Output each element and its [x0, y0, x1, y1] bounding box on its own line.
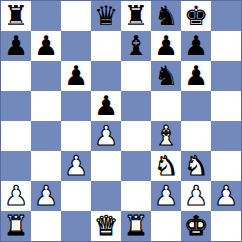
white-knight-icon: ♞	[154, 152, 178, 179]
square-h8[interactable]	[211, 1, 241, 31]
square-d7[interactable]	[91, 31, 121, 61]
square-d3[interactable]	[91, 151, 121, 181]
square-g5[interactable]	[181, 91, 211, 121]
square-e3[interactable]	[121, 151, 151, 181]
square-c5[interactable]	[61, 91, 91, 121]
square-e2[interactable]	[121, 181, 151, 211]
white-king-icon: ♚	[184, 212, 208, 239]
square-h4[interactable]	[211, 121, 241, 151]
square-f2[interactable]: ♟	[151, 181, 181, 211]
white-pawn-icon: ♟	[4, 182, 28, 209]
square-b3[interactable]	[31, 151, 61, 181]
black-queen-icon: ♛	[94, 2, 118, 29]
square-a8[interactable]: ♜	[1, 1, 31, 31]
black-rook-icon: ♜	[4, 2, 28, 29]
square-b8[interactable]	[31, 1, 61, 31]
square-h6[interactable]	[211, 61, 241, 91]
square-c8[interactable]	[61, 1, 91, 31]
white-pawn-icon: ♟	[64, 152, 88, 179]
black-rook-icon: ♜	[124, 2, 148, 29]
black-pawn-icon: ♟	[184, 32, 208, 59]
square-g8[interactable]: ♚	[181, 1, 211, 31]
white-pawn-icon: ♟	[154, 182, 178, 209]
black-knight-icon: ♞	[154, 62, 178, 89]
square-e1[interactable]: ♜	[121, 211, 151, 241]
square-g2[interactable]: ♟	[181, 181, 211, 211]
square-c3[interactable]: ♟	[61, 151, 91, 181]
square-d6[interactable]	[91, 61, 121, 91]
black-king-icon: ♚	[184, 2, 208, 29]
square-g3[interactable]: ♞	[181, 151, 211, 181]
square-a5[interactable]	[1, 91, 31, 121]
black-pawn-icon: ♟	[184, 62, 208, 89]
square-c4[interactable]	[61, 121, 91, 151]
square-g1[interactable]: ♚	[181, 211, 211, 241]
square-e8[interactable]: ♜	[121, 1, 151, 31]
square-c2[interactable]	[61, 181, 91, 211]
square-h1[interactable]	[211, 211, 241, 241]
square-f3[interactable]: ♞	[151, 151, 181, 181]
black-pawn-icon: ♟	[154, 32, 178, 59]
square-e5[interactable]	[121, 91, 151, 121]
square-a2[interactable]: ♟	[1, 181, 31, 211]
square-b7[interactable]: ♟	[31, 31, 61, 61]
square-a3[interactable]	[1, 151, 31, 181]
square-h2[interactable]: ♟	[211, 181, 241, 211]
white-knight-icon: ♞	[184, 152, 208, 179]
white-queen-icon: ♛	[94, 212, 118, 239]
square-a4[interactable]	[1, 121, 31, 151]
black-knight-icon: ♞	[154, 2, 178, 29]
square-d8[interactable]: ♛	[91, 1, 121, 31]
square-h7[interactable]	[211, 31, 241, 61]
white-pawn-icon: ♟	[94, 122, 118, 149]
white-rook-icon: ♜	[4, 212, 28, 239]
square-e4[interactable]	[121, 121, 151, 151]
square-f5[interactable]	[151, 91, 181, 121]
square-b5[interactable]	[31, 91, 61, 121]
black-pawn-icon: ♟	[34, 32, 58, 59]
square-f8[interactable]: ♞	[151, 1, 181, 31]
square-a7[interactable]: ♟	[1, 31, 31, 61]
square-h3[interactable]	[211, 151, 241, 181]
square-b4[interactable]	[31, 121, 61, 151]
square-d4[interactable]: ♟	[91, 121, 121, 151]
white-rook-icon: ♜	[124, 212, 148, 239]
square-g6[interactable]: ♟	[181, 61, 211, 91]
square-c1[interactable]	[61, 211, 91, 241]
square-c7[interactable]	[61, 31, 91, 61]
white-pawn-icon: ♟	[34, 182, 58, 209]
black-bishop-icon: ♝	[124, 32, 148, 59]
square-e7[interactable]: ♝	[121, 31, 151, 61]
square-a1[interactable]: ♜	[1, 211, 31, 241]
square-d2[interactable]	[91, 181, 121, 211]
square-c6[interactable]: ♟	[61, 61, 91, 91]
square-a6[interactable]	[1, 61, 31, 91]
black-pawn-icon: ♟	[64, 62, 88, 89]
square-g7[interactable]: ♟	[181, 31, 211, 61]
square-g4[interactable]	[181, 121, 211, 151]
square-f6[interactable]: ♞	[151, 61, 181, 91]
black-pawn-icon: ♟	[94, 92, 118, 119]
chess-board: ♜♛♜♞♚♟♟♝♟♟♟♞♟♟♟♝♟♞♞♟♟♟♟♟♜♛♜♚	[0, 0, 242, 242]
square-d5[interactable]: ♟	[91, 91, 121, 121]
square-f7[interactable]: ♟	[151, 31, 181, 61]
square-b2[interactable]: ♟	[31, 181, 61, 211]
white-pawn-icon: ♟	[214, 182, 238, 209]
square-d1[interactable]: ♛	[91, 211, 121, 241]
square-e6[interactable]	[121, 61, 151, 91]
square-b1[interactable]	[31, 211, 61, 241]
square-b6[interactable]	[31, 61, 61, 91]
square-h5[interactable]	[211, 91, 241, 121]
black-pawn-icon: ♟	[4, 32, 28, 59]
white-bishop-icon: ♝	[154, 122, 178, 149]
square-f1[interactable]	[151, 211, 181, 241]
square-f4[interactable]: ♝	[151, 121, 181, 151]
white-pawn-icon: ♟	[184, 182, 208, 209]
